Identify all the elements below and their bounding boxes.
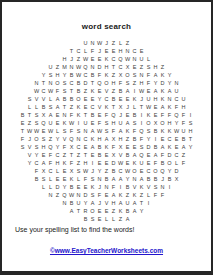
grid-cell[interactable]: W — [68, 119, 75, 127]
grid-cell[interactable]: N — [33, 79, 40, 87]
grid-cell[interactable]: S — [89, 215, 96, 223]
grid-cell[interactable]: V — [96, 103, 103, 111]
grid-cell[interactable]: I — [166, 183, 173, 191]
grid-cell[interactable]: S — [47, 103, 54, 111]
grid-cell[interactable]: D — [54, 183, 61, 191]
grid-cell[interactable]: L — [117, 39, 124, 47]
grid-cell[interactable]: F — [166, 111, 173, 119]
grid-cell[interactable]: N — [159, 183, 166, 191]
grid-cell[interactable]: C — [82, 71, 89, 79]
grid-cell[interactable]: J — [26, 135, 33, 143]
grid-cell[interactable]: I — [138, 119, 145, 127]
grid-cell[interactable]: E — [173, 143, 180, 151]
grid-cell[interactable]: U — [138, 55, 145, 63]
grid-cell[interactable]: F — [180, 159, 187, 167]
grid-cell[interactable]: V — [145, 183, 152, 191]
grid-cell[interactable]: F — [68, 111, 75, 119]
grid-cell[interactable]: C — [103, 95, 110, 103]
grid-cell[interactable]: Z — [124, 135, 131, 143]
grid-cell[interactable]: Y — [187, 143, 194, 151]
grid-cell[interactable]: Y — [166, 71, 173, 79]
grid-cell[interactable]: S — [131, 119, 138, 127]
grid-cell[interactable]: E — [159, 135, 166, 143]
grid-cell[interactable]: U — [173, 87, 180, 95]
grid-cell[interactable]: A — [124, 119, 131, 127]
grid-cell[interactable]: E — [75, 183, 82, 191]
grid-cell[interactable]: C — [82, 135, 89, 143]
grid-cell[interactable]: F — [145, 71, 152, 79]
grid-cell[interactable]: Z — [54, 191, 61, 199]
grid-cell[interactable]: K — [131, 191, 138, 199]
grid-cell[interactable]: B — [145, 175, 152, 183]
grid-cell[interactable]: D — [166, 151, 173, 159]
grid-cell[interactable]: S — [40, 135, 47, 143]
grid-cell[interactable]: H — [152, 63, 159, 71]
grid-cell[interactable]: A — [124, 87, 131, 95]
grid-cell[interactable]: H — [152, 95, 159, 103]
grid-cell[interactable]: A — [110, 175, 117, 183]
grid-cell[interactable]: A — [47, 111, 54, 119]
grid-cell[interactable]: N — [131, 55, 138, 63]
grid-cell[interactable]: Q — [159, 167, 166, 175]
grid-cell[interactable]: I — [152, 135, 159, 143]
grid-cell[interactable]: L — [131, 103, 138, 111]
grid-cell[interactable]: K — [103, 55, 110, 63]
grid-cell[interactable]: E — [145, 87, 152, 95]
grid-cell[interactable]: B — [75, 87, 82, 95]
grid-cell[interactable]: Z — [26, 119, 33, 127]
grid-cell[interactable]: N — [103, 183, 110, 191]
grid-cell[interactable]: T — [82, 151, 89, 159]
grid-cell[interactable]: N — [131, 175, 138, 183]
grid-cell[interactable]: L — [173, 159, 180, 167]
grid-cell[interactable]: F — [159, 151, 166, 159]
grid-cell[interactable]: E — [96, 87, 103, 95]
grid-cell[interactable]: X — [173, 175, 180, 183]
grid-cell[interactable]: O — [159, 119, 166, 127]
grid-cell[interactable]: R — [82, 207, 89, 215]
grid-cell[interactable]: K — [117, 191, 124, 199]
grid-cell[interactable]: B — [152, 143, 159, 151]
grid-cell[interactable]: H — [187, 127, 194, 135]
grid-cell[interactable]: Y — [82, 199, 89, 207]
grid-cell[interactable]: E — [138, 47, 145, 55]
grid-cell[interactable]: T — [19, 127, 26, 135]
grid-cell[interactable]: D — [145, 143, 152, 151]
grid-cell[interactable]: D — [96, 63, 103, 71]
grid-cell[interactable]: E — [82, 183, 89, 191]
grid-cell[interactable]: A — [166, 87, 173, 95]
grid-cell[interactable]: A — [54, 95, 61, 103]
grid-cell[interactable]: L — [47, 183, 54, 191]
grid-cell[interactable]: E — [152, 111, 159, 119]
grid-cell[interactable]: Z — [117, 215, 124, 223]
grid-cell[interactable]: O — [152, 167, 159, 175]
grid-cell[interactable]: F — [159, 111, 166, 119]
grid-cell[interactable]: U — [82, 39, 89, 47]
grid-cell[interactable]: C — [68, 79, 75, 87]
grid-cell[interactable]: Z — [110, 207, 117, 215]
grid-cell[interactable]: A — [159, 143, 166, 151]
grid-cell[interactable]: O — [75, 95, 82, 103]
grid-cell[interactable]: Q — [110, 111, 117, 119]
grid-cell[interactable]: B — [110, 95, 117, 103]
grid-cell[interactable]: E — [124, 143, 131, 151]
grid-cell[interactable]: S — [152, 183, 159, 191]
grid-cell[interactable]: S — [33, 119, 40, 127]
grid-cell[interactable]: L — [47, 95, 54, 103]
grid-cell[interactable]: I — [138, 111, 145, 119]
grid-cell[interactable]: J — [159, 175, 166, 183]
grid-cell[interactable]: A — [124, 215, 131, 223]
grid-cell[interactable]: B — [124, 151, 131, 159]
grid-cell[interactable]: A — [89, 143, 96, 151]
grid-cell[interactable]: N — [138, 71, 145, 79]
grid-cell[interactable]: E — [124, 95, 131, 103]
grid-cell[interactable]: K — [145, 111, 152, 119]
grid-cell[interactable]: S — [124, 79, 131, 87]
grid-cell[interactable]: S — [75, 127, 82, 135]
grid-cell[interactable]: W — [75, 71, 82, 79]
grid-cell[interactable]: H — [110, 79, 117, 87]
grid-cell[interactable]: B — [68, 71, 75, 79]
grid-cell[interactable]: F — [19, 135, 26, 143]
grid-cell[interactable]: J — [138, 95, 145, 103]
grid-cell[interactable]: Q — [117, 55, 124, 63]
grid-cell[interactable]: H — [96, 135, 103, 143]
grid-cell[interactable]: B — [152, 175, 159, 183]
grid-cell[interactable]: C — [173, 95, 180, 103]
grid-cell[interactable]: Q — [138, 127, 145, 135]
grid-cell[interactable]: E — [82, 143, 89, 151]
grid-cell[interactable]: I — [131, 87, 138, 95]
grid-cell[interactable]: S — [33, 111, 40, 119]
grid-cell[interactable]: E — [96, 215, 103, 223]
grid-cell[interactable]: K — [103, 143, 110, 151]
grid-cell[interactable]: D — [159, 79, 166, 87]
grid-cell[interactable]: S — [131, 71, 138, 79]
grid-cell[interactable]: F — [180, 119, 187, 127]
grid-cell[interactable]: A — [138, 175, 145, 183]
grid-cell[interactable]: S — [61, 127, 68, 135]
grid-cell[interactable]: E — [89, 55, 96, 63]
grid-cell[interactable]: A — [40, 159, 47, 167]
grid-cell[interactable]: A — [68, 207, 75, 215]
grid-cell[interactable]: X — [40, 167, 47, 175]
grid-cell[interactable]: F — [68, 127, 75, 135]
grid-cell[interactable]: L — [26, 103, 33, 111]
grid-cell[interactable]: F — [131, 127, 138, 135]
grid-cell[interactable]: L — [82, 47, 89, 55]
grid-cell[interactable]: B — [131, 111, 138, 119]
grid-cell[interactable]: E — [103, 191, 110, 199]
grid-cell[interactable]: I — [187, 111, 194, 119]
grid-cell[interactable]: S — [19, 143, 26, 151]
grid-cell[interactable]: W — [26, 127, 33, 135]
grid-cell[interactable]: W — [138, 87, 145, 95]
grid-cell[interactable]: J — [103, 39, 110, 47]
grid-cell[interactable]: E — [40, 127, 47, 135]
grid-cell[interactable]: B — [117, 87, 124, 95]
grid-cell[interactable]: K — [159, 87, 166, 95]
grid-cell[interactable]: A — [117, 127, 124, 135]
grid-cell[interactable]: K — [68, 175, 75, 183]
grid-cell[interactable]: N — [124, 47, 131, 55]
grid-cell[interactable]: X — [40, 111, 47, 119]
grid-cell[interactable]: Z — [103, 167, 110, 175]
grid-cell[interactable]: N — [82, 127, 89, 135]
grid-cell[interactable]: W — [124, 55, 131, 63]
grid-cell[interactable]: J — [117, 111, 124, 119]
grid-cell[interactable]: U — [47, 119, 54, 127]
grid-cell[interactable]: A — [117, 199, 124, 207]
grid-cell[interactable]: E — [61, 167, 68, 175]
grid-cell[interactable]: E — [103, 207, 110, 215]
grid-cell[interactable]: X — [68, 143, 75, 151]
grid-cell[interactable]: B — [89, 111, 96, 119]
grid-cell[interactable]: A — [117, 175, 124, 183]
grid-cell[interactable]: B — [40, 103, 47, 111]
grid-cell[interactable]: A — [89, 127, 96, 135]
grid-cell[interactable]: H — [54, 159, 61, 167]
grid-cell[interactable]: L — [75, 175, 82, 183]
grid-cell[interactable]: O — [103, 79, 110, 87]
grid-cell[interactable]: E — [54, 119, 61, 127]
grid-cell[interactable]: Y — [173, 119, 180, 127]
grid-cell[interactable]: S — [26, 95, 33, 103]
grid-cell[interactable]: Z — [61, 151, 68, 159]
grid-cell[interactable]: I — [75, 119, 82, 127]
grid-cell[interactable]: X — [152, 119, 159, 127]
grid-cell[interactable]: S — [75, 167, 82, 175]
grid-cell[interactable]: B — [96, 151, 103, 159]
grid-cell[interactable]: W — [33, 127, 40, 135]
grid-cell[interactable]: F — [54, 87, 61, 95]
grid-cell[interactable]: E — [96, 111, 103, 119]
grid-cell[interactable]: Q — [68, 135, 75, 143]
grid-cell[interactable]: N — [75, 191, 82, 199]
grid-cell[interactable]: C — [110, 55, 117, 63]
grid-cell[interactable]: O — [145, 119, 152, 127]
grid-cell[interactable]: E — [89, 119, 96, 127]
grid-cell[interactable]: F — [89, 47, 96, 55]
grid-cell[interactable]: B — [89, 71, 96, 79]
grid-cell[interactable]: C — [166, 135, 173, 143]
grid-cell[interactable]: B — [110, 167, 117, 175]
grid-cell[interactable]: H — [166, 119, 173, 127]
grid-cell[interactable]: C — [54, 151, 61, 159]
grid-cell[interactable]: V — [40, 95, 47, 103]
grid-cell[interactable]: E — [54, 175, 61, 183]
grid-cell[interactable]: H — [61, 55, 68, 63]
grid-cell[interactable]: W — [33, 87, 40, 95]
grid-cell[interactable]: Z — [110, 39, 117, 47]
grid-cell[interactable]: B — [131, 135, 138, 143]
grid-cell[interactable]: Y — [124, 175, 131, 183]
grid-cell[interactable]: A — [131, 151, 138, 159]
grid-cell[interactable]: H — [138, 79, 145, 87]
grid-cell[interactable]: O — [89, 207, 96, 215]
grid-cell[interactable]: T — [68, 47, 75, 55]
grid-cell[interactable]: E — [103, 47, 110, 55]
grid-cell[interactable]: S — [47, 71, 54, 79]
grid-cell[interactable]: E — [131, 143, 138, 151]
grid-cell[interactable]: U — [145, 95, 152, 103]
grid-cell[interactable]: Q — [40, 119, 47, 127]
grid-cell[interactable]: H — [110, 199, 117, 207]
grid-cell[interactable]: B — [103, 175, 110, 183]
grid-cell[interactable]: X — [117, 71, 124, 79]
grid-cell[interactable]: Y — [61, 71, 68, 79]
grid-cell[interactable]: T — [68, 151, 75, 159]
grid-cell[interactable]: T — [82, 111, 89, 119]
grid-cell[interactable]: S — [145, 127, 152, 135]
grid-cell[interactable]: U — [82, 119, 89, 127]
grid-cell[interactable]: Z — [110, 87, 117, 95]
grid-cell[interactable]: I — [145, 199, 152, 207]
grid-cell[interactable]: B — [19, 111, 26, 119]
grid-cell[interactable]: F — [82, 175, 89, 183]
grid-cell[interactable]: E — [124, 111, 131, 119]
grid-cell[interactable]: N — [47, 191, 54, 199]
grid-cell[interactable]: Y — [61, 183, 68, 191]
grid-cell[interactable]: E — [54, 111, 61, 119]
grid-cell[interactable]: N — [166, 95, 173, 103]
grid-cell[interactable]: W — [96, 127, 103, 135]
grid-cell[interactable]: K — [166, 143, 173, 151]
grid-cell[interactable]: W — [124, 167, 131, 175]
grid-cell[interactable]: L — [47, 175, 54, 183]
grid-cell[interactable]: W — [96, 39, 103, 47]
grid-cell[interactable]: U — [47, 63, 54, 71]
grid-cell[interactable]: Z — [131, 79, 138, 87]
grid-cell[interactable]: W — [68, 191, 75, 199]
grid-cell[interactable]: F — [110, 127, 117, 135]
grid-cell[interactable]: V — [26, 151, 33, 159]
grid-cell[interactable]: X — [124, 63, 131, 71]
grid-cell[interactable]: C — [173, 151, 180, 159]
grid-cell[interactable]: T — [89, 79, 96, 87]
grid-cell[interactable]: N — [89, 39, 96, 47]
grid-cell[interactable]: Z — [68, 103, 75, 111]
grid-cell[interactable]: F — [103, 111, 110, 119]
grid-cell[interactable]: B — [152, 127, 159, 135]
grid-cell[interactable]: V — [103, 199, 110, 207]
grid-cell[interactable]: E — [103, 151, 110, 159]
grid-cell[interactable]: F — [138, 135, 145, 143]
grid-cell[interactable]: Y — [96, 167, 103, 175]
grid-cell[interactable]: L — [110, 215, 117, 223]
grid-cell[interactable]: S — [40, 175, 47, 183]
grid-cell[interactable]: D — [82, 191, 89, 199]
grid-cell[interactable]: C — [89, 103, 96, 111]
grid-cell[interactable]: T — [26, 111, 33, 119]
grid-cell[interactable]: N — [61, 199, 68, 207]
grid-cell[interactable]: K — [166, 103, 173, 111]
grid-cell[interactable]: W — [145, 103, 152, 111]
grid-cell[interactable]: K — [159, 127, 166, 135]
grid-cell[interactable]: K — [103, 103, 110, 111]
grid-cell[interactable]: F — [110, 143, 117, 151]
grid-cell[interactable]: U — [124, 199, 131, 207]
grid-cell[interactable]: J — [96, 199, 103, 207]
grid-cell[interactable]: B — [82, 215, 89, 223]
grid-cell[interactable]: N — [68, 63, 75, 71]
grid-cell[interactable]: Y — [138, 207, 145, 215]
grid-cell[interactable]: Z — [82, 87, 89, 95]
grid-cell[interactable]: K — [159, 71, 166, 79]
grid-cell[interactable]: E — [96, 55, 103, 63]
grid-cell[interactable]: B — [180, 135, 187, 143]
grid-cell[interactable]: K — [61, 119, 68, 127]
grid-cell[interactable]: Z — [110, 71, 117, 79]
grid-cell[interactable]: F — [110, 183, 117, 191]
grid-cell[interactable]: E — [131, 63, 138, 71]
grid-cell[interactable]: H — [40, 143, 47, 151]
grid-cell[interactable]: X — [117, 143, 124, 151]
grid-cell[interactable]: T — [40, 79, 47, 87]
grid-cell[interactable]: C — [40, 87, 47, 95]
grid-cell[interactable]: K — [117, 207, 124, 215]
grid-cell[interactable]: E — [89, 95, 96, 103]
grid-cell[interactable]: F — [33, 167, 40, 175]
grid-cell[interactable]: T — [110, 103, 117, 111]
grid-cell[interactable]: F — [96, 71, 103, 79]
grid-cell[interactable]: X — [68, 167, 75, 175]
grid-cell[interactable]: D — [110, 159, 117, 167]
grid-cell[interactable]: Q — [138, 151, 145, 159]
grid-cell[interactable]: B — [68, 183, 75, 191]
grid-cell[interactable]: B — [61, 95, 68, 103]
grid-cell[interactable]: B — [96, 143, 103, 151]
grid-cell[interactable]: L — [145, 191, 152, 199]
grid-cell[interactable]: K — [89, 87, 96, 95]
grid-cell[interactable]: K — [75, 111, 82, 119]
grid-cell[interactable]: W — [47, 127, 54, 135]
grid-cell[interactable]: E — [103, 159, 110, 167]
grid-cell[interactable]: L — [40, 183, 47, 191]
grid-cell[interactable]: A — [159, 103, 166, 111]
grid-cell[interactable]: T — [75, 207, 82, 215]
grid-cell[interactable]: Z — [75, 151, 82, 159]
grid-cell[interactable]: F — [159, 191, 166, 199]
grid-cell[interactable]: E — [173, 135, 180, 143]
grid-cell[interactable]: D — [173, 167, 180, 175]
grid-cell[interactable]: V — [33, 95, 40, 103]
grid-cell[interactable]: T — [187, 135, 194, 143]
grid-cell[interactable]: M — [61, 63, 68, 71]
grid-cell[interactable]: C — [145, 167, 152, 175]
grid-cell[interactable]: A — [54, 103, 61, 111]
grid-cell[interactable]: F — [117, 79, 124, 87]
grid-cell[interactable]: F — [96, 119, 103, 127]
grid-cell[interactable]: Z — [75, 159, 82, 167]
grid-cell[interactable]: B — [33, 175, 40, 183]
grid-cell[interactable]: J — [96, 47, 103, 55]
grid-cell[interactable]: K — [131, 95, 138, 103]
grid-cell[interactable]: E — [61, 175, 68, 183]
grid-cell[interactable]: Y — [152, 79, 159, 87]
grid-cell[interactable]: H — [117, 47, 124, 55]
grid-cell[interactable]: S — [33, 143, 40, 151]
grid-cell[interactable]: C — [117, 167, 124, 175]
grid-cell[interactable]: W — [173, 127, 180, 135]
grid-cell[interactable]: E — [145, 159, 152, 167]
grid-cell[interactable]: D — [82, 79, 89, 87]
grid-cell[interactable]: B — [124, 207, 131, 215]
grid-cell[interactable]: A — [180, 143, 187, 151]
grid-cell[interactable]: J — [96, 183, 103, 191]
